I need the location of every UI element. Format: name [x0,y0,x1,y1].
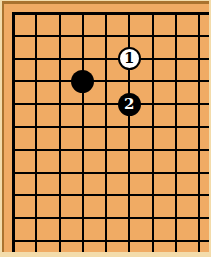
grid-vline-3 [59,12,61,253]
board-left-edge [2,1,5,252]
grid-vline-2 [35,12,37,253]
go-board-diagram: 12 [0,0,211,257]
grid-vline-9 [198,12,200,253]
grid-vline-5 [105,12,107,253]
grid-vline-1 [12,12,15,253]
grid-hline-6 [12,126,210,128]
grid-hline-7 [12,149,210,151]
stone-white-move-1: 1 [118,47,141,70]
grid-hline-4 [12,80,210,82]
stone-black-4-4 [71,70,94,93]
grid-hline-11 [12,240,210,242]
grid-hline-8 [12,172,210,174]
grid-vline-8 [175,12,177,253]
grid-vline-4 [82,12,84,253]
grid-hline-10 [12,217,210,219]
image-margin-top [0,0,211,1]
image-margin-right [209,0,211,257]
grid-hline-2 [12,35,210,37]
board-top-edge [1,1,209,4]
grid-hline-9 [12,194,210,196]
stone-black-move-2: 2 [118,93,141,116]
grid-hline-3 [12,58,210,60]
grid-hline-5 [12,103,210,105]
grid-vline-7 [152,12,154,253]
image-margin-bottom [0,252,211,257]
grid-hline-1 [12,12,210,15]
image-margin-left [0,0,2,257]
